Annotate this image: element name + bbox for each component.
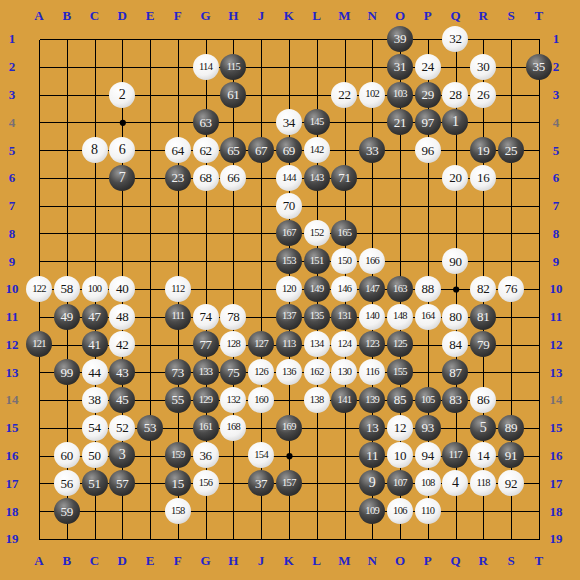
- coordinate-label-A: A: [34, 9, 43, 22]
- stone-O2-move-31: 31: [387, 54, 413, 80]
- stone-R5-move-19: 19: [470, 137, 496, 163]
- coordinate-label-G: G: [201, 9, 211, 22]
- stone-S15-move-89: 89: [498, 415, 524, 441]
- stone-D13-move-43: 43: [109, 359, 135, 385]
- stone-D6-move-7: 7: [109, 165, 135, 191]
- coordinate-label-18: 18: [6, 505, 19, 518]
- stone-G11-move-74: 74: [193, 304, 219, 330]
- coordinate-label-S: S: [507, 9, 514, 22]
- coordinate-label-Q: Q: [450, 554, 460, 567]
- stone-D17-move-57: 57: [109, 470, 135, 496]
- stone-C11-move-47: 47: [82, 304, 108, 330]
- stone-F17-move-15: 15: [165, 470, 191, 496]
- stone-C15-move-54: 54: [82, 415, 108, 441]
- stone-K10-move-120: 120: [276, 276, 302, 302]
- coordinate-label-7: 7: [9, 199, 16, 212]
- stone-M12-move-124: 124: [331, 331, 357, 357]
- column-labels-top: ABCDEFGHJKLMNOPQRST: [25, 6, 553, 24]
- stone-P2-move-24: 24: [415, 54, 441, 80]
- stone-H13-move-75: 75: [220, 359, 246, 385]
- stone-B13-move-99: 99: [54, 359, 80, 385]
- stone-Q1-move-32: 32: [442, 26, 468, 52]
- stone-K7-move-70: 70: [276, 193, 302, 219]
- coordinate-label-7: 7: [553, 199, 560, 212]
- coordinate-label-M: M: [338, 554, 350, 567]
- coordinate-label-1: 1: [9, 32, 16, 45]
- coordinate-label-R: R: [479, 9, 488, 22]
- stone-B18-move-59: 59: [54, 498, 80, 524]
- coordinate-label-8: 8: [553, 227, 560, 240]
- stone-F5-move-64: 64: [165, 137, 191, 163]
- coordinate-label-J: J: [258, 554, 265, 567]
- coordinate-label-10: 10: [6, 282, 19, 295]
- stone-O14-move-85: 85: [387, 387, 413, 413]
- stone-S17-move-92: 92: [498, 470, 524, 496]
- coordinate-label-3: 3: [9, 88, 16, 101]
- coordinate-label-13: 13: [6, 366, 19, 379]
- stone-J13-move-126: 126: [248, 359, 274, 385]
- stone-Q13-move-87: 87: [442, 359, 468, 385]
- stone-O15-move-12: 12: [387, 415, 413, 441]
- stone-P4-move-97: 97: [415, 109, 441, 135]
- stone-C5-move-8: 8: [82, 137, 108, 163]
- coordinate-label-R: R: [479, 554, 488, 567]
- stone-L5-move-142: 142: [304, 137, 330, 163]
- stone-H14-move-132: 132: [220, 387, 246, 413]
- stone-L10-move-149: 149: [304, 276, 330, 302]
- stone-N13-move-116: 116: [359, 359, 385, 385]
- stone-M10-move-146: 146: [331, 276, 357, 302]
- stone-N10-move-147: 147: [359, 276, 385, 302]
- stone-P16-move-94: 94: [415, 442, 441, 468]
- stone-H6-move-66: 66: [220, 165, 246, 191]
- stone-O3-move-103: 103: [387, 82, 413, 108]
- coordinate-label-11: 11: [6, 310, 18, 323]
- stone-P18-move-110: 110: [415, 498, 441, 524]
- stone-M11-move-131: 131: [331, 304, 357, 330]
- stone-N16-move-11: 11: [359, 442, 385, 468]
- stone-M3-move-22: 22: [331, 82, 357, 108]
- coordinate-label-M: M: [338, 9, 350, 22]
- stone-P11-move-164: 164: [415, 304, 441, 330]
- stone-K4-move-34: 34: [276, 109, 302, 135]
- stone-L9-move-151: 151: [304, 248, 330, 274]
- coordinate-label-16: 16: [6, 449, 19, 462]
- stone-G5-move-62: 62: [193, 137, 219, 163]
- stone-J14-move-160: 160: [248, 387, 274, 413]
- coordinate-label-O: O: [395, 9, 405, 22]
- stone-G16-move-36: 36: [193, 442, 219, 468]
- stone-G13-move-133: 133: [193, 359, 219, 385]
- stone-D3-move-2: 2: [109, 82, 135, 108]
- stone-C17-move-51: 51: [82, 470, 108, 496]
- stone-R17-move-118: 118: [470, 470, 496, 496]
- coordinate-label-1: 1: [553, 32, 560, 45]
- coordinate-label-T: T: [534, 9, 543, 22]
- coordinate-label-E: E: [146, 9, 155, 22]
- stone-K17-move-157: 157: [276, 470, 302, 496]
- coordinate-label-D: D: [118, 554, 127, 567]
- stone-O18-move-106: 106: [387, 498, 413, 524]
- stone-F10-move-112: 112: [165, 276, 191, 302]
- stone-O4-move-21: 21: [387, 109, 413, 135]
- stone-Q17-move-4: 4: [442, 470, 468, 496]
- stone-Q11-move-80: 80: [442, 304, 468, 330]
- coordinate-label-K: K: [284, 554, 294, 567]
- stone-R3-move-26: 26: [470, 82, 496, 108]
- stone-G17-move-156: 156: [193, 470, 219, 496]
- stone-N15-move-13: 13: [359, 415, 385, 441]
- stone-Q14-move-83: 83: [442, 387, 468, 413]
- coordinate-label-B: B: [62, 554, 71, 567]
- stone-G4-move-63: 63: [193, 109, 219, 135]
- stone-S16-move-91: 91: [498, 442, 524, 468]
- coordinate-label-H: H: [228, 9, 238, 22]
- stone-Q6-move-20: 20: [442, 165, 468, 191]
- coordinate-label-19: 19: [6, 532, 19, 545]
- stone-H2-move-115: 115: [220, 54, 246, 80]
- stone-L14-move-138: 138: [304, 387, 330, 413]
- coordinate-label-N: N: [367, 9, 376, 22]
- stone-N3-move-102: 102: [359, 82, 385, 108]
- stone-L4-move-145: 145: [304, 109, 330, 135]
- stone-O17-move-107: 107: [387, 470, 413, 496]
- stones-layer: 1234567891011121314151619202122232425262…: [25, 25, 553, 553]
- coordinate-label-14: 14: [6, 393, 19, 406]
- coordinate-label-L: L: [312, 9, 321, 22]
- stone-P15-move-93: 93: [415, 415, 441, 441]
- stone-C12-move-41: 41: [82, 331, 108, 357]
- coordinate-label-Q: Q: [450, 9, 460, 22]
- stone-G14-move-129: 129: [193, 387, 219, 413]
- stone-O12-move-125: 125: [387, 331, 413, 357]
- stone-N12-move-123: 123: [359, 331, 385, 357]
- stone-D5-move-6: 6: [109, 137, 135, 163]
- stone-B11-move-49: 49: [54, 304, 80, 330]
- coordinate-label-A: A: [34, 554, 43, 567]
- stone-L8-move-152: 152: [304, 220, 330, 246]
- coordinate-label-9: 9: [553, 255, 560, 268]
- coordinate-label-12: 12: [6, 338, 19, 351]
- stone-Q4-move-1: 1: [442, 109, 468, 135]
- coordinate-label-C: C: [90, 9, 99, 22]
- stone-D11-move-48: 48: [109, 304, 135, 330]
- stone-N9-move-166: 166: [359, 248, 385, 274]
- row-labels-left: 12345678910111213141516171819: [1, 25, 23, 553]
- stone-R2-move-30: 30: [470, 54, 496, 80]
- coordinate-label-H: H: [228, 554, 238, 567]
- stone-A10-move-122: 122: [26, 276, 52, 302]
- stone-B10-move-58: 58: [54, 276, 80, 302]
- coordinate-label-F: F: [174, 554, 182, 567]
- stone-J17-move-37: 37: [248, 470, 274, 496]
- coordinate-label-L: L: [312, 554, 321, 567]
- stone-D16-move-3: 3: [109, 442, 135, 468]
- stone-O1-move-39: 39: [387, 26, 413, 52]
- stone-G15-move-161: 161: [193, 415, 219, 441]
- stone-G6-move-68: 68: [193, 165, 219, 191]
- stone-L6-move-143: 143: [304, 165, 330, 191]
- stone-N17-move-9: 9: [359, 470, 385, 496]
- coordinate-label-S: S: [507, 554, 514, 567]
- coordinate-label-4: 4: [553, 116, 560, 129]
- stone-P17-move-108: 108: [415, 470, 441, 496]
- stone-P10-move-88: 88: [415, 276, 441, 302]
- stone-O11-move-148: 148: [387, 304, 413, 330]
- stone-Q16-move-117: 117: [442, 442, 468, 468]
- stone-K13-move-136: 136: [276, 359, 302, 385]
- stone-J16-move-154: 154: [248, 442, 274, 468]
- stone-K8-move-167: 167: [276, 220, 302, 246]
- stone-S5-move-25: 25: [498, 137, 524, 163]
- coordinate-label-G: G: [201, 554, 211, 567]
- stone-N18-move-109: 109: [359, 498, 385, 524]
- stone-F14-move-55: 55: [165, 387, 191, 413]
- stone-M14-move-141: 141: [331, 387, 357, 413]
- stone-F16-move-159: 159: [165, 442, 191, 468]
- coordinate-label-T: T: [534, 554, 543, 567]
- stone-G12-move-77: 77: [193, 331, 219, 357]
- stone-D15-move-52: 52: [109, 415, 135, 441]
- column-labels-bottom: ABCDEFGHJKLMNOPQRST: [25, 551, 553, 569]
- coordinate-label-K: K: [284, 9, 294, 22]
- coordinate-label-3: 3: [553, 88, 560, 101]
- stone-P5-move-96: 96: [415, 137, 441, 163]
- stone-C13-move-44: 44: [82, 359, 108, 385]
- stone-C10-move-100: 100: [82, 276, 108, 302]
- stone-F11-move-111: 111: [165, 304, 191, 330]
- stone-F13-move-73: 73: [165, 359, 191, 385]
- stone-L11-move-135: 135: [304, 304, 330, 330]
- coordinate-label-17: 17: [6, 477, 19, 490]
- coordinate-label-D: D: [118, 9, 127, 22]
- coordinate-label-6: 6: [9, 171, 16, 184]
- stone-S10-move-76: 76: [498, 276, 524, 302]
- stone-J5-move-67: 67: [248, 137, 274, 163]
- go-board[interactable]: ABCDEFGHJKLMNOPQRST ABCDEFGHJKLMNOPQRST …: [0, 0, 580, 580]
- stone-Q9-move-90: 90: [442, 248, 468, 274]
- stone-H5-move-65: 65: [220, 137, 246, 163]
- coordinate-label-N: N: [367, 554, 376, 567]
- coordinate-label-6: 6: [553, 171, 560, 184]
- stone-D14-move-45: 45: [109, 387, 135, 413]
- coordinate-label-5: 5: [553, 144, 560, 157]
- stone-K15-move-169: 169: [276, 415, 302, 441]
- stone-M6-move-71: 71: [331, 165, 357, 191]
- stone-K5-move-69: 69: [276, 137, 302, 163]
- stone-P3-move-29: 29: [415, 82, 441, 108]
- coordinate-label-P: P: [424, 9, 432, 22]
- coordinate-label-8: 8: [9, 227, 16, 240]
- stone-D12-move-42: 42: [109, 331, 135, 357]
- coordinate-label-B: B: [62, 9, 71, 22]
- stone-T2-move-35: 35: [526, 54, 552, 80]
- stone-O10-move-163: 163: [387, 276, 413, 302]
- stone-F18-move-158: 158: [165, 498, 191, 524]
- stone-Q12-move-84: 84: [442, 331, 468, 357]
- stone-K9-move-153: 153: [276, 248, 302, 274]
- stone-Q3-move-28: 28: [442, 82, 468, 108]
- stone-H15-move-168: 168: [220, 415, 246, 441]
- stone-N14-move-139: 139: [359, 387, 385, 413]
- coordinate-label-9: 9: [9, 255, 16, 268]
- stone-M8-move-165: 165: [331, 220, 357, 246]
- stone-R16-move-14: 14: [470, 442, 496, 468]
- stone-H3-move-61: 61: [220, 82, 246, 108]
- stone-B16-move-60: 60: [54, 442, 80, 468]
- stone-R14-move-86: 86: [470, 387, 496, 413]
- stone-R10-move-82: 82: [470, 276, 496, 302]
- stone-A12-move-121: 121: [26, 331, 52, 357]
- stone-H11-move-78: 78: [220, 304, 246, 330]
- stone-R12-move-79: 79: [470, 331, 496, 357]
- stone-M13-move-130: 130: [331, 359, 357, 385]
- coordinate-label-4: 4: [9, 116, 16, 129]
- stone-O13-move-155: 155: [387, 359, 413, 385]
- stone-N11-move-140: 140: [359, 304, 385, 330]
- stone-L13-move-162: 162: [304, 359, 330, 385]
- coordinate-label-E: E: [146, 554, 155, 567]
- stone-N5-move-33: 33: [359, 137, 385, 163]
- stone-L12-move-134: 134: [304, 331, 330, 357]
- stone-K12-move-113: 113: [276, 331, 302, 357]
- coordinate-label-O: O: [395, 554, 405, 567]
- stone-K6-move-144: 144: [276, 165, 302, 191]
- stone-C16-move-50: 50: [82, 442, 108, 468]
- stone-R6-move-16: 16: [470, 165, 496, 191]
- stone-M9-move-150: 150: [331, 248, 357, 274]
- stone-H12-move-128: 128: [220, 331, 246, 357]
- coordinate-label-15: 15: [6, 421, 19, 434]
- stone-P14-move-105: 105: [415, 387, 441, 413]
- stone-O16-move-10: 10: [387, 442, 413, 468]
- stone-J12-move-127: 127: [248, 331, 274, 357]
- stone-F6-move-23: 23: [165, 165, 191, 191]
- stone-G2-move-114: 114: [193, 54, 219, 80]
- coordinate-label-C: C: [90, 554, 99, 567]
- coordinate-label-J: J: [258, 9, 265, 22]
- stone-R11-move-81: 81: [470, 304, 496, 330]
- coordinate-label-F: F: [174, 9, 182, 22]
- stone-K11-move-137: 137: [276, 304, 302, 330]
- stone-C14-move-38: 38: [82, 387, 108, 413]
- stone-E15-move-53: 53: [137, 415, 163, 441]
- stone-B17-move-56: 56: [54, 470, 80, 496]
- coordinate-label-P: P: [424, 554, 432, 567]
- stone-R15-move-5: 5: [470, 415, 496, 441]
- coordinate-label-2: 2: [9, 60, 16, 73]
- coordinate-label-5: 5: [9, 144, 16, 157]
- coordinate-label-2: 2: [553, 60, 560, 73]
- stone-D10-move-40: 40: [109, 276, 135, 302]
